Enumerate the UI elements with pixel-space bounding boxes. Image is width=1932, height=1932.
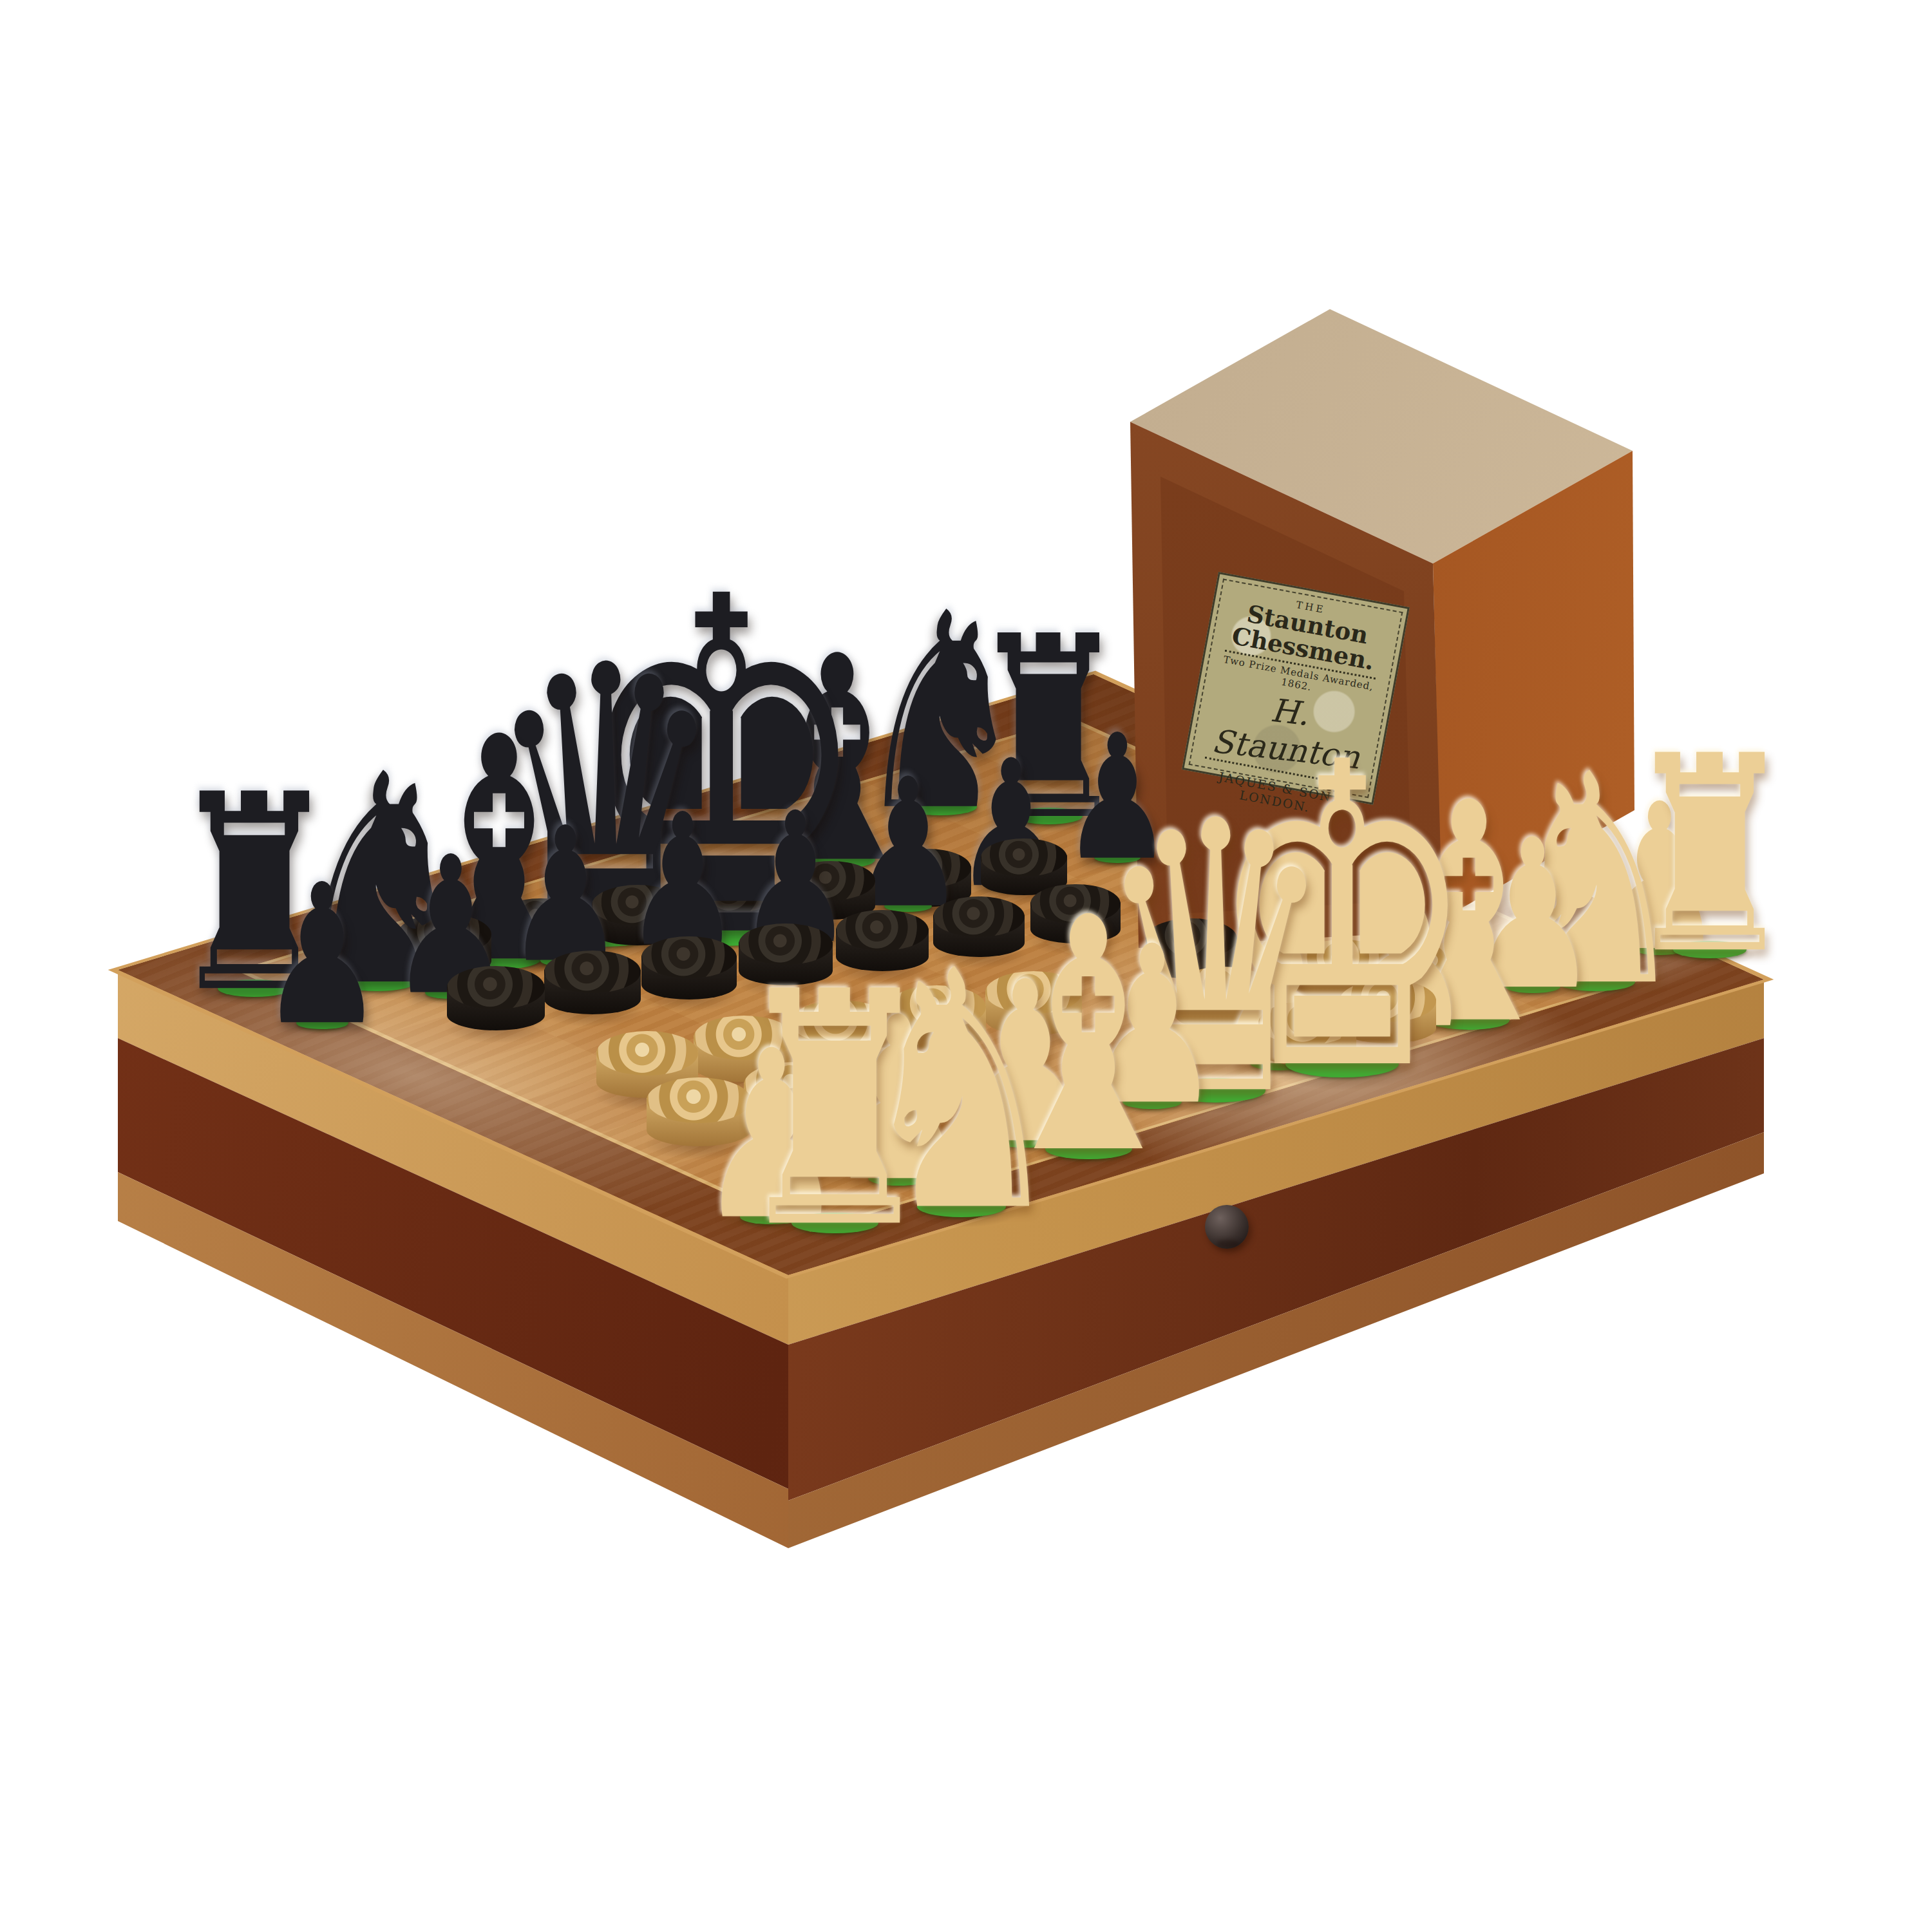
black-draughtsman[interactable] <box>544 951 641 1014</box>
pieces-layer: ♞♜♟♝♟♟♚♛♟♟♟♜♝♟♞♞♟♜♟♝♟♟♟♚♛♟♟♝♟♞♟♜ <box>0 0 1932 1932</box>
black-draughtsman[interactable] <box>641 936 737 999</box>
draughtsman-top <box>641 936 737 978</box>
draughtsman-top <box>447 966 545 1009</box>
draughtsman-top <box>596 1031 698 1076</box>
white-rook-glyph: ♜ <box>731 950 939 1272</box>
black-draughtsman[interactable] <box>447 966 545 1030</box>
black-pawn-glyph: ♟ <box>260 859 384 1052</box>
draughtsman-top <box>544 951 641 993</box>
scene: THE Staunton Chessmen. Two Prize Medals … <box>0 0 1932 1932</box>
